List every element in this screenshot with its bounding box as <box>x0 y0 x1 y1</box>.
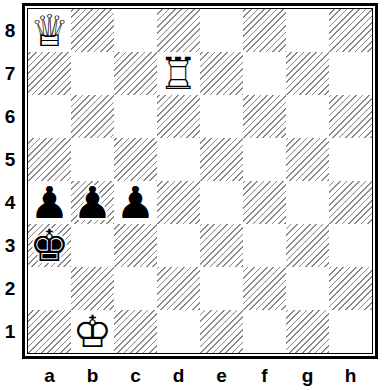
square-f2[interactable] <box>243 267 286 310</box>
square-c3[interactable] <box>114 224 157 267</box>
square-a3[interactable]: ♚ <box>28 224 71 267</box>
file-label-a: a <box>28 364 71 388</box>
square-b8[interactable] <box>71 9 114 52</box>
square-e6[interactable] <box>200 95 243 138</box>
square-g4[interactable] <box>286 181 329 224</box>
square-b7[interactable] <box>71 52 114 95</box>
file-label-h: h <box>329 364 372 388</box>
rank-labels: 87654321 <box>0 9 20 353</box>
chess-diagram-page: 87654321 ♕♖♟♟♟♚♔ abcdefgh <box>0 0 387 390</box>
file-label-d: d <box>157 364 200 388</box>
square-c7[interactable] <box>114 52 157 95</box>
square-a7[interactable] <box>28 52 71 95</box>
square-f6[interactable] <box>243 95 286 138</box>
rank-label-8: 8 <box>0 9 20 52</box>
square-h2[interactable] <box>329 267 372 310</box>
square-d1[interactable] <box>157 310 200 353</box>
piece-black-pawn[interactable]: ♟ <box>116 181 155 224</box>
rank-label-5: 5 <box>0 138 20 181</box>
rank-label-1: 1 <box>0 310 20 353</box>
piece-black-king[interactable]: ♚ <box>30 224 69 267</box>
square-d2[interactable] <box>157 267 200 310</box>
file-labels: abcdefgh <box>28 364 372 388</box>
square-g2[interactable] <box>286 267 329 310</box>
square-a5[interactable] <box>28 138 71 181</box>
square-e3[interactable] <box>200 224 243 267</box>
square-c8[interactable] <box>114 9 157 52</box>
rank-label-3: 3 <box>0 224 20 267</box>
file-label-f: f <box>243 364 286 388</box>
square-c1[interactable] <box>114 310 157 353</box>
square-h7[interactable] <box>329 52 372 95</box>
square-a4[interactable]: ♟ <box>28 181 71 224</box>
square-e4[interactable] <box>200 181 243 224</box>
square-e8[interactable] <box>200 9 243 52</box>
file-label-c: c <box>114 364 157 388</box>
square-b3[interactable] <box>71 224 114 267</box>
square-b1[interactable]: ♔ <box>71 310 114 353</box>
square-f4[interactable] <box>243 181 286 224</box>
square-d3[interactable] <box>157 224 200 267</box>
square-a6[interactable] <box>28 95 71 138</box>
square-b5[interactable] <box>71 138 114 181</box>
piece-white-rook[interactable]: ♖ <box>159 52 198 95</box>
square-d6[interactable] <box>157 95 200 138</box>
rank-label-7: 7 <box>0 52 20 95</box>
square-b2[interactable] <box>71 267 114 310</box>
square-f1[interactable] <box>243 310 286 353</box>
square-h4[interactable] <box>329 181 372 224</box>
square-e7[interactable] <box>200 52 243 95</box>
square-g1[interactable] <box>286 310 329 353</box>
square-a1[interactable] <box>28 310 71 353</box>
square-f3[interactable] <box>243 224 286 267</box>
piece-black-pawn[interactable]: ♟ <box>73 181 112 224</box>
square-g3[interactable] <box>286 224 329 267</box>
square-f5[interactable] <box>243 138 286 181</box>
square-e5[interactable] <box>200 138 243 181</box>
piece-black-pawn[interactable]: ♟ <box>30 181 69 224</box>
square-d8[interactable] <box>157 9 200 52</box>
square-b4[interactable]: ♟ <box>71 181 114 224</box>
rank-label-6: 6 <box>0 95 20 138</box>
square-g5[interactable] <box>286 138 329 181</box>
square-c6[interactable] <box>114 95 157 138</box>
file-label-g: g <box>286 364 329 388</box>
square-c2[interactable] <box>114 267 157 310</box>
square-c4[interactable]: ♟ <box>114 181 157 224</box>
square-g6[interactable] <box>286 95 329 138</box>
file-label-b: b <box>71 364 114 388</box>
board-inner-border: ♕♖♟♟♟♚♔ <box>27 8 373 354</box>
square-h8[interactable] <box>329 9 372 52</box>
square-d5[interactable] <box>157 138 200 181</box>
square-h3[interactable] <box>329 224 372 267</box>
square-a2[interactable] <box>28 267 71 310</box>
square-e2[interactable] <box>200 267 243 310</box>
square-b6[interactable] <box>71 95 114 138</box>
square-a8[interactable]: ♕ <box>28 9 71 52</box>
square-c5[interactable] <box>114 138 157 181</box>
square-d4[interactable] <box>157 181 200 224</box>
rank-label-2: 2 <box>0 267 20 310</box>
square-h5[interactable] <box>329 138 372 181</box>
square-e1[interactable] <box>200 310 243 353</box>
rank-label-4: 4 <box>0 181 20 224</box>
square-g8[interactable] <box>286 9 329 52</box>
square-f7[interactable] <box>243 52 286 95</box>
board-frame: ♕♖♟♟♟♚♔ <box>22 3 378 359</box>
piece-white-queen[interactable]: ♕ <box>30 9 69 52</box>
piece-white-king[interactable]: ♔ <box>73 310 112 353</box>
square-f8[interactable] <box>243 9 286 52</box>
square-h6[interactable] <box>329 95 372 138</box>
square-g7[interactable] <box>286 52 329 95</box>
file-label-e: e <box>200 364 243 388</box>
square-d7[interactable]: ♖ <box>157 52 200 95</box>
chess-board: ♕♖♟♟♟♚♔ <box>28 9 372 353</box>
square-h1[interactable] <box>329 310 372 353</box>
